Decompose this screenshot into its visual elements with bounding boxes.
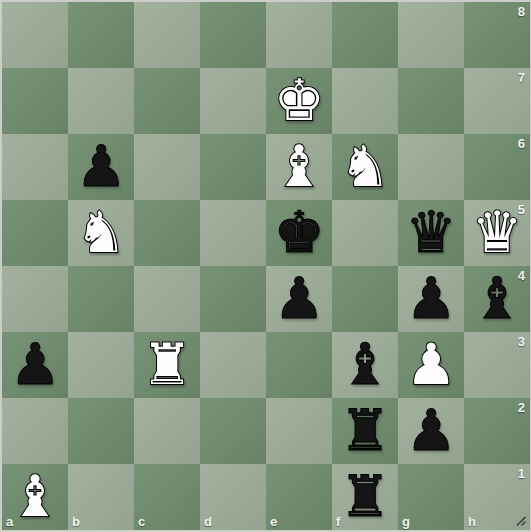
file-label-h: h [468, 514, 476, 529]
square-b6[interactable]: ♟ [68, 134, 134, 200]
square-b5[interactable]: ♞ [68, 200, 134, 266]
square-f5[interactable] [332, 200, 398, 266]
square-c4[interactable] [134, 266, 200, 332]
square-d5[interactable] [200, 200, 266, 266]
square-d1[interactable]: d [200, 464, 266, 530]
square-a6[interactable] [2, 134, 68, 200]
square-g6[interactable] [398, 134, 464, 200]
chess-board: 8♚7♟♝♞6♞♚♛5♛♟♟4♝♟♜♝♟3♜♟2a♝bcdef♜g1h [0, 0, 531, 532]
square-f2[interactable]: ♜ [332, 398, 398, 464]
black-pawn[interactable]: ♟ [405, 402, 456, 459]
white-knight[interactable]: ♞ [75, 204, 126, 261]
black-rook[interactable]: ♜ [339, 468, 390, 525]
square-b4[interactable] [68, 266, 134, 332]
rank-label-2: 2 [518, 400, 525, 415]
square-g1[interactable]: g [398, 464, 464, 530]
square-h6[interactable]: 6 [464, 134, 530, 200]
square-d4[interactable] [200, 266, 266, 332]
rank-label-3: 3 [518, 334, 525, 349]
white-bishop[interactable]: ♝ [9, 468, 60, 525]
resize-handle-icon[interactable] [514, 514, 527, 527]
square-g2[interactable]: ♟ [398, 398, 464, 464]
square-e6[interactable]: ♝ [266, 134, 332, 200]
square-e8[interactable] [266, 2, 332, 68]
square-g7[interactable] [398, 68, 464, 134]
square-e7[interactable]: ♚ [266, 68, 332, 134]
square-a8[interactable] [2, 2, 68, 68]
square-d2[interactable] [200, 398, 266, 464]
white-bishop[interactable]: ♝ [273, 138, 324, 195]
square-b7[interactable] [68, 68, 134, 134]
black-bishop[interactable]: ♝ [339, 336, 390, 393]
square-f7[interactable] [332, 68, 398, 134]
square-a4[interactable] [2, 266, 68, 332]
square-a2[interactable] [2, 398, 68, 464]
file-label-e: e [270, 514, 277, 529]
file-label-b: b [72, 514, 80, 529]
black-queen[interactable]: ♛ [405, 204, 456, 261]
square-c3[interactable]: ♜ [134, 332, 200, 398]
white-king[interactable]: ♚ [273, 72, 324, 129]
square-b3[interactable] [68, 332, 134, 398]
black-pawn[interactable]: ♟ [9, 336, 60, 393]
rank-label-7: 7 [518, 70, 525, 85]
rank-label-1: 1 [518, 466, 525, 481]
square-g8[interactable] [398, 2, 464, 68]
square-e1[interactable]: e [266, 464, 332, 530]
square-f3[interactable]: ♝ [332, 332, 398, 398]
square-b2[interactable] [68, 398, 134, 464]
square-a1[interactable]: a♝ [2, 464, 68, 530]
square-g3[interactable]: ♟ [398, 332, 464, 398]
black-king[interactable]: ♚ [273, 204, 324, 261]
file-label-g: g [402, 514, 410, 529]
square-h8[interactable]: 8 [464, 2, 530, 68]
square-f1[interactable]: f♜ [332, 464, 398, 530]
square-h7[interactable]: 7 [464, 68, 530, 134]
square-f8[interactable] [332, 2, 398, 68]
square-e3[interactable] [266, 332, 332, 398]
white-rook[interactable]: ♜ [141, 336, 192, 393]
square-c7[interactable] [134, 68, 200, 134]
board-grid: 8♚7♟♝♞6♞♚♛5♛♟♟4♝♟♜♝♟3♜♟2a♝bcdef♜g1h [2, 2, 530, 530]
square-a5[interactable] [2, 200, 68, 266]
black-pawn[interactable]: ♟ [273, 270, 324, 327]
square-c5[interactable] [134, 200, 200, 266]
square-b8[interactable] [68, 2, 134, 68]
square-c6[interactable] [134, 134, 200, 200]
square-h2[interactable]: 2 [464, 398, 530, 464]
square-d7[interactable] [200, 68, 266, 134]
square-c2[interactable] [134, 398, 200, 464]
rank-label-8: 8 [518, 4, 525, 19]
square-a7[interactable] [2, 68, 68, 134]
white-knight[interactable]: ♞ [339, 138, 390, 195]
square-e2[interactable] [266, 398, 332, 464]
square-e5[interactable]: ♚ [266, 200, 332, 266]
black-rook[interactable]: ♜ [339, 402, 390, 459]
square-d6[interactable] [200, 134, 266, 200]
square-e4[interactable]: ♟ [266, 266, 332, 332]
square-d8[interactable] [200, 2, 266, 68]
square-c1[interactable]: c [134, 464, 200, 530]
square-d3[interactable] [200, 332, 266, 398]
square-h4[interactable]: 4♝ [464, 266, 530, 332]
white-pawn[interactable]: ♟ [405, 336, 456, 393]
file-label-c: c [138, 514, 145, 529]
square-h3[interactable]: 3 [464, 332, 530, 398]
black-pawn[interactable]: ♟ [405, 270, 456, 327]
black-pawn[interactable]: ♟ [75, 138, 126, 195]
square-a3[interactable]: ♟ [2, 332, 68, 398]
square-f6[interactable]: ♞ [332, 134, 398, 200]
black-bishop[interactable]: ♝ [471, 270, 522, 327]
square-b1[interactable]: b [68, 464, 134, 530]
square-g4[interactable]: ♟ [398, 266, 464, 332]
square-h5[interactable]: 5♛ [464, 200, 530, 266]
square-g5[interactable]: ♛ [398, 200, 464, 266]
file-label-d: d [204, 514, 212, 529]
rank-label-6: 6 [518, 136, 525, 151]
white-queen[interactable]: ♛ [471, 204, 522, 261]
square-c8[interactable] [134, 2, 200, 68]
square-f4[interactable] [332, 266, 398, 332]
